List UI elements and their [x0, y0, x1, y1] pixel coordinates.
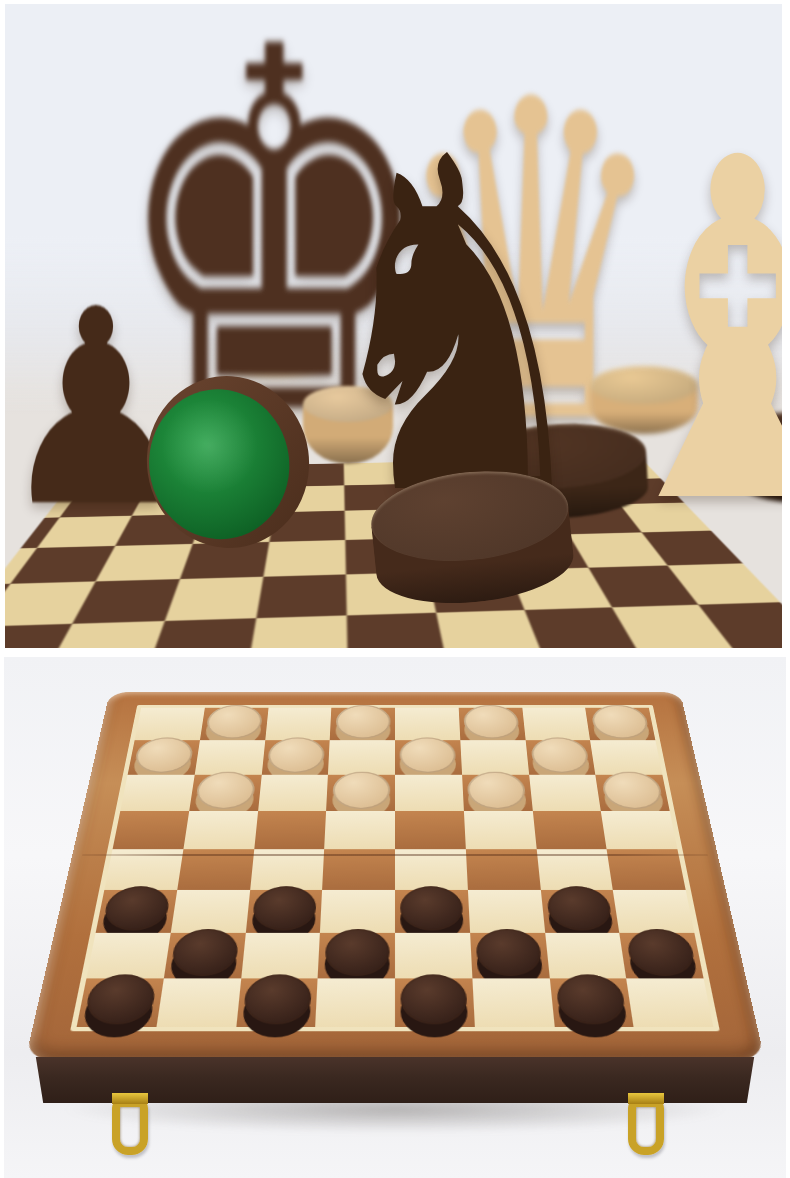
checker-light-r3c6 — [467, 772, 527, 809]
square-r4c1 — [113, 811, 189, 849]
checker-light-r2c7 — [530, 737, 590, 772]
checker-top — [335, 705, 390, 739]
checkers-grid — [77, 708, 714, 1027]
board-fold-seam — [82, 854, 708, 856]
square-r2c1 — [128, 740, 200, 774]
square-r4c3 — [254, 811, 327, 849]
brass-clasp-left — [112, 1099, 148, 1155]
square-r2c4 — [328, 740, 395, 774]
square-r6c3 — [245, 890, 322, 933]
checker-dark-r6c3 — [251, 886, 317, 930]
checker-dark-r6c1 — [102, 886, 172, 930]
square-r4c7 — [532, 811, 606, 849]
maple-border-line — [70, 705, 720, 1031]
light-bishop: ♝ — [586, 99, 782, 569]
photo-chess-pieces-closeup: ♛♚♟♝♞ — [5, 4, 782, 648]
square-r6c5 — [395, 890, 470, 933]
square-r6c6 — [468, 890, 545, 933]
checker-dark-r8c3 — [242, 974, 312, 1024]
checker-light-r1c6 — [463, 705, 520, 739]
square-r2c8 — [590, 740, 662, 774]
square-r1c4 — [330, 708, 395, 741]
checker-light-r1c8 — [590, 705, 650, 739]
checker-top — [463, 705, 520, 739]
square-r3c2 — [189, 775, 261, 811]
square-r7c2 — [164, 933, 246, 979]
square-r1c7 — [522, 708, 590, 741]
square-r7c4 — [318, 933, 395, 979]
square-r6c8 — [613, 890, 694, 933]
square-r2c7 — [525, 740, 595, 774]
square-r7c5 — [395, 933, 472, 979]
brass-clasp-right-hinge — [628, 1093, 664, 1104]
square-r3c3 — [258, 775, 329, 811]
square-r3c8 — [596, 775, 670, 811]
checker-light-r3c4 — [332, 772, 390, 809]
square-r4c5 — [395, 811, 466, 849]
checker-light-r3c2 — [194, 772, 256, 809]
square-r8c6 — [472, 978, 554, 1027]
square-r3c1 — [120, 775, 194, 811]
checkers-board — [25, 692, 765, 1060]
checker-light-r2c5 — [400, 737, 457, 772]
square-r8c5 — [395, 978, 475, 1027]
square-r6c4 — [320, 890, 395, 933]
checker-light-r1c2 — [205, 705, 264, 739]
checker-top — [332, 772, 390, 809]
square-r8c8 — [626, 978, 713, 1027]
square-r3c5 — [395, 775, 464, 811]
square-r2c6 — [460, 740, 529, 774]
square-r2c5 — [395, 740, 462, 774]
square-r6c2 — [170, 890, 249, 933]
checker-light-r3c8 — [600, 772, 664, 809]
square-r1c6 — [458, 708, 525, 741]
square-r8c1 — [77, 978, 164, 1027]
brass-clasp-right — [628, 1099, 664, 1155]
checker-dark-r8c1 — [83, 974, 158, 1024]
checker-dark-r8c7 — [555, 974, 628, 1024]
square-r2c3 — [261, 740, 330, 774]
checker-dark-r6c7 — [545, 886, 613, 930]
square-r7c1 — [86, 933, 170, 979]
square-r7c6 — [470, 933, 549, 979]
square-r1c1 — [135, 708, 205, 741]
square-r1c3 — [265, 708, 332, 741]
square-r1c5 — [395, 708, 460, 741]
checker-dark-r7c2 — [170, 929, 240, 976]
square-r1c8 — [585, 708, 655, 741]
checker-light-r1c4 — [335, 705, 390, 739]
square-r7c7 — [545, 933, 627, 979]
checker-light-r2c1 — [133, 737, 195, 772]
dark-disc-front — [367, 462, 578, 612]
checker-dark-r6c5 — [401, 886, 465, 930]
photo-checkers-board — [4, 657, 786, 1178]
square-r3c6 — [462, 775, 533, 811]
checker-top — [324, 929, 389, 976]
square-r8c3 — [236, 978, 318, 1027]
square-r3c4 — [326, 775, 395, 811]
square-r4c8 — [601, 811, 677, 849]
square-r1c2 — [200, 708, 268, 741]
square-r6c7 — [540, 890, 619, 933]
square-r8c7 — [549, 978, 634, 1027]
green-felt-disc — [136, 366, 320, 559]
square-r2c2 — [194, 740, 264, 774]
square-r7c3 — [241, 933, 320, 979]
brass-clasp-left-hinge — [112, 1093, 148, 1104]
square-r6c1 — [96, 890, 177, 933]
checker-dark-r8c5 — [401, 974, 469, 1024]
square-r7c8 — [620, 933, 704, 979]
square-r8c4 — [315, 978, 395, 1027]
checker-dark-r7c4 — [324, 929, 389, 976]
square-r8c2 — [156, 978, 241, 1027]
square-r4c6 — [464, 811, 537, 849]
checker-dark-r7c8 — [625, 929, 698, 976]
square-r3c7 — [529, 775, 601, 811]
checker-dark-r7c6 — [475, 929, 543, 976]
checker-light-r2c3 — [267, 737, 326, 772]
square-r4c2 — [183, 811, 257, 849]
square-r4c4 — [324, 811, 395, 849]
